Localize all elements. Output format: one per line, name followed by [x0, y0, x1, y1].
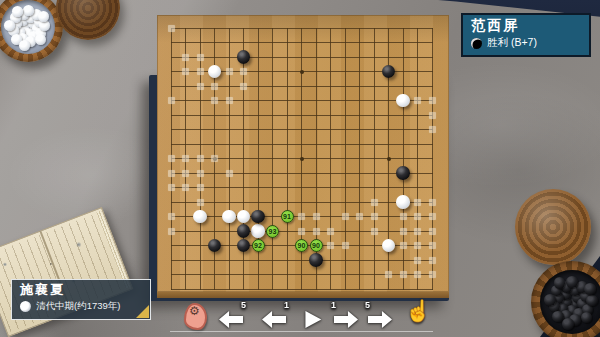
arrow-right-icon: [368, 311, 392, 328]
territory-marker: [429, 242, 436, 249]
grid-line: [171, 274, 433, 275]
move-number-badge: 90: [295, 239, 308, 252]
territory-marker: [313, 213, 320, 220]
territory-marker: [211, 97, 218, 104]
go-board[interactable]: 9090919293: [157, 15, 449, 292]
black-stone: [237, 224, 251, 238]
white-stone: [19, 40, 30, 51]
rewind-5-button[interactable]: 5: [218, 307, 244, 331]
territory-marker: [197, 83, 204, 90]
territory-marker: [371, 228, 378, 235]
grid-line: [171, 289, 433, 290]
grid-line: [171, 202, 433, 203]
black-stone: [584, 283, 596, 295]
territory-marker: [298, 228, 305, 235]
grid-line: [374, 28, 375, 290]
territory-marker: [168, 170, 175, 177]
territory-marker: [168, 213, 175, 220]
territory-marker: [226, 68, 233, 75]
move-number-badge: 93: [266, 225, 279, 238]
territory-marker: [327, 242, 334, 249]
step-count-label: 5: [241, 300, 246, 310]
arrow-left-icon: [219, 311, 243, 328]
territory-marker: [400, 213, 407, 220]
territory-marker: [342, 213, 349, 220]
white-stone: [35, 34, 46, 45]
black-stone: [309, 253, 323, 267]
territory-marker: [197, 184, 204, 191]
territory-marker: [197, 199, 204, 206]
territory-marker: [429, 199, 436, 206]
territory-marker: [197, 155, 204, 162]
grid-line: [171, 260, 433, 261]
grid-line: [417, 28, 418, 290]
territory-marker: [240, 83, 247, 90]
black-stone: [396, 166, 410, 180]
forward-1-button[interactable]: 1: [333, 307, 359, 331]
territory-marker: [342, 242, 349, 249]
territory-marker: [414, 242, 421, 249]
grid-line: [432, 28, 433, 290]
white-player-name: 施襄夏: [20, 282, 142, 298]
ai-head-button[interactable]: ⚙: [182, 302, 212, 332]
black-stone: [554, 277, 566, 289]
grid-line: [345, 28, 346, 290]
white-stone: [23, 5, 34, 16]
black-stone-icon: [471, 38, 482, 49]
move-number-badge: 91: [281, 210, 294, 223]
territory-marker: [400, 228, 407, 235]
result-label: 胜利 (B+7): [487, 36, 537, 50]
territory-marker: [385, 271, 392, 278]
white-stone: [237, 210, 251, 224]
territory-marker: [197, 170, 204, 177]
black-stone: [382, 65, 396, 79]
territory-marker: [182, 184, 189, 191]
gear-icon: ⚙: [189, 305, 200, 317]
step-count-label: 1: [331, 300, 336, 310]
play-triangle-icon: [304, 311, 322, 328]
grid-line: [403, 28, 404, 290]
white-stone: [396, 195, 410, 209]
territory-marker: [240, 68, 247, 75]
territory-marker: [414, 228, 421, 235]
territory-marker: [429, 126, 436, 133]
star-point: [387, 157, 391, 161]
territory-marker: [168, 155, 175, 162]
territory-marker: [400, 271, 407, 278]
territory-marker: [356, 213, 363, 220]
territory-marker: [429, 271, 436, 278]
move-number-badge: 92: [252, 239, 265, 252]
white-stone: [12, 6, 23, 17]
territory-marker: [414, 271, 421, 278]
step-count-label: 1: [284, 300, 289, 310]
hand-cursor-button[interactable]: ☝: [405, 299, 429, 329]
white-stone: [251, 224, 265, 238]
territory-marker: [168, 97, 175, 104]
black-stone: [251, 210, 265, 224]
black-stone: [237, 239, 251, 253]
grid-line: [171, 173, 433, 174]
territory-marker: [429, 112, 436, 119]
nav-underline: [170, 331, 433, 332]
territory-marker: [182, 170, 189, 177]
territory-marker: [168, 25, 175, 32]
star-point: [300, 157, 304, 161]
territory-marker: [429, 228, 436, 235]
white-stone: [193, 210, 207, 224]
bowl-lid-right: [515, 189, 591, 265]
white-stone: [396, 94, 410, 108]
territory-marker: [211, 83, 218, 90]
player-panel-black: 范西屏 胜利 (B+7): [461, 13, 591, 57]
territory-marker: [226, 97, 233, 104]
territory-marker: [197, 54, 204, 61]
white-stone: [208, 65, 222, 79]
territory-marker: [414, 213, 421, 220]
star-point: [300, 70, 304, 74]
white-stone: [39, 20, 50, 31]
black-stone: [237, 50, 251, 64]
pointing-hand-icon: ☝: [405, 299, 431, 322]
white-stone: [382, 239, 396, 253]
territory-marker: [313, 228, 320, 235]
black-player-name: 范西屏: [471, 17, 581, 34]
territory-marker: [197, 68, 204, 75]
territory-marker: [414, 199, 421, 206]
black-stone: [208, 239, 222, 253]
territory-marker: [298, 213, 305, 220]
territory-marker: [182, 155, 189, 162]
white-stone-bowl: [0, 0, 63, 62]
grid-line: [359, 28, 360, 290]
rewind-1-button[interactable]: 1: [261, 307, 287, 331]
bowl-lid-top: [56, 0, 120, 40]
white-stone-pile: [1, 0, 55, 54]
white-stone: [222, 210, 236, 224]
territory-marker: [429, 257, 436, 264]
arrow-left-icon: [262, 311, 286, 328]
play-button[interactable]: [300, 307, 326, 331]
white-stone: [4, 20, 15, 31]
forward-5-button[interactable]: 5: [367, 307, 393, 331]
territory-marker: [182, 54, 189, 61]
territory-marker: [371, 213, 378, 220]
territory-marker: [168, 184, 175, 191]
grid-line: [330, 28, 331, 290]
territory-marker: [371, 199, 378, 206]
white-stone: [38, 11, 49, 22]
step-count-label: 5: [365, 300, 370, 310]
territory-marker: [429, 97, 436, 104]
arrow-right-icon: [334, 311, 358, 328]
territory-marker: [211, 155, 218, 162]
territory-marker: [168, 228, 175, 235]
territory-marker: [400, 242, 407, 249]
territory-marker: [327, 228, 334, 235]
territory-marker: [414, 257, 421, 264]
replay-controls: ⚙ 5 1 1 5 ☝: [0, 298, 600, 337]
territory-marker: [429, 213, 436, 220]
game-scene: 9090919293 范西屏 胜利 (B+7) 施襄夏 清代中期(约1739年): [0, 0, 600, 337]
territory-marker: [414, 97, 421, 104]
move-number-badge: 90: [310, 239, 323, 252]
black-stone: [566, 276, 578, 288]
territory-marker: [226, 170, 233, 177]
board-grid: 9090919293: [157, 15, 449, 292]
grid-line: [171, 187, 433, 188]
territory-marker: [182, 68, 189, 75]
